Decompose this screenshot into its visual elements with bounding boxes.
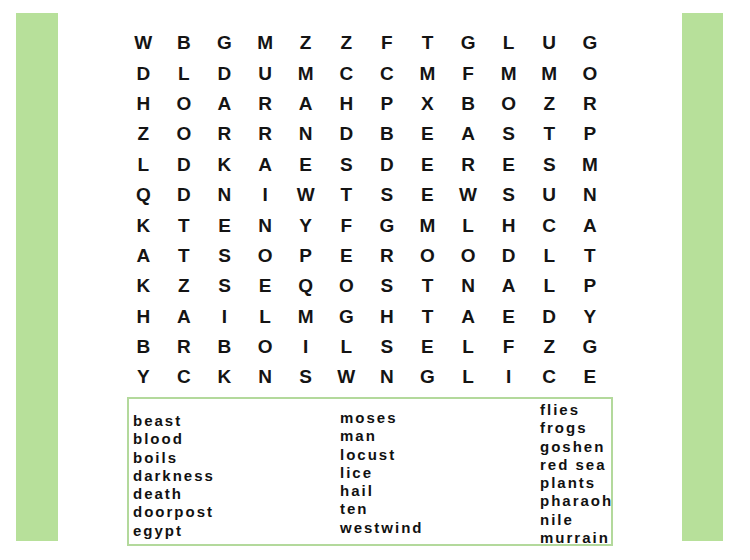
grid-cell-g11[interactable]: S [367,332,408,362]
word-list-item: doorpost [133,503,215,521]
grid-cell-d6[interactable]: I [245,180,286,210]
grid-cell-i5[interactable]: R [448,150,489,180]
grid-cell-g5[interactable]: D [367,150,408,180]
grid-cell-b1[interactable]: B [164,28,205,58]
word-list-item: hail [340,482,424,500]
grid-cell-b2[interactable]: L [164,58,205,88]
grid-cell-c12[interactable]: K [204,362,245,392]
grid-cell-b4[interactable]: O [164,119,205,149]
word-list-box: beastbloodboilsdarknessdeathdoorpostegyp… [127,397,613,546]
grid-cell-h10[interactable]: T [407,302,448,332]
grid-cell-g2[interactable]: C [367,58,408,88]
grid-cell-g9[interactable]: S [367,271,408,301]
grid-cell-g12[interactable]: N [367,362,408,392]
grid-cell-f12[interactable]: W [326,362,367,392]
grid-cell-d7[interactable]: N [245,210,286,240]
grid-cell-d4[interactable]: R [245,119,286,149]
grid-cell-e12[interactable]: S [285,362,326,392]
grid-cell-d10[interactable]: L [245,302,286,332]
grid-cell-l12[interactable]: E [570,362,611,392]
word-list-item: nile [540,511,613,529]
grid-cell-l5[interactable]: M [570,150,611,180]
grid-cell-l3[interactable]: R [570,89,611,119]
grid-cell-e6[interactable]: W [285,180,326,210]
grid-cell-i7[interactable]: L [448,210,489,240]
grid-cell-a7[interactable]: K [123,210,164,240]
grid-cell-b6[interactable]: D [164,180,205,210]
grid-cell-a6[interactable]: Q [123,180,164,210]
grid-cell-g3[interactable]: P [367,89,408,119]
grid-cell-d12[interactable]: N [245,362,286,392]
grid-cell-l7[interactable]: A [570,210,611,240]
grid-cell-i3[interactable]: B [448,89,489,119]
grid-cell-j4[interactable]: S [488,119,529,149]
grid-cell-g6[interactable]: S [367,180,408,210]
grid-cell-b11[interactable]: R [164,332,205,362]
grid-cell-d1[interactable]: M [245,28,286,58]
grid-cell-e10[interactable]: M [285,302,326,332]
word-list-item: lice [340,464,424,482]
grid-cell-k9[interactable]: L [529,271,570,301]
grid-cell-k12[interactable]: C [529,362,570,392]
word-list-column-3: fliesfrogsgoshenred seaplantspharaohnile… [540,401,613,547]
word-list-item: moses [340,409,424,427]
grid-cell-i11[interactable]: L [448,332,489,362]
word-list-item: westwind [340,519,424,537]
grid-cell-c9[interactable]: S [204,271,245,301]
grid-cell-e2[interactable]: M [285,58,326,88]
word-list-item: boils [133,449,215,467]
grid-cell-l8[interactable]: T [570,241,611,271]
left-accent-bar [16,13,58,541]
word-list-item: darkness [133,467,215,485]
grid-cell-j11[interactable]: F [488,332,529,362]
grid-cell-e11[interactable]: I [285,332,326,362]
grid-cell-l4[interactable]: P [570,119,611,149]
grid-cell-c3[interactable]: A [204,89,245,119]
word-search-grid: WBGMZZFTGLUGDLDUMCCMFMMOHOARAHPXBOZRZORR… [123,28,610,393]
grid-cell-b8[interactable]: T [164,241,205,271]
grid-cell-h1[interactable]: T [407,28,448,58]
word-list-item: flies [540,401,613,419]
word-list-item: beast [133,412,215,430]
grid-cell-c4[interactable]: R [204,119,245,149]
grid-cell-e5[interactable]: E [285,150,326,180]
word-list-item: pharaoh [540,492,613,510]
grid-cell-d8[interactable]: O [245,241,286,271]
grid-cell-l2[interactable]: O [570,58,611,88]
grid-cell-c5[interactable]: K [204,150,245,180]
grid-cell-e8[interactable]: P [285,241,326,271]
grid-cell-f11[interactable]: L [326,332,367,362]
grid-cell-a11[interactable]: B [123,332,164,362]
word-list-column-1: beastbloodboilsdarknessdeathdoorpostegyp… [133,412,215,540]
grid-cell-b3[interactable]: O [164,89,205,119]
grid-cell-i1[interactable]: G [448,28,489,58]
grid-cell-c1[interactable]: G [204,28,245,58]
grid-cell-g7[interactable]: G [367,210,408,240]
grid-cell-h9[interactable]: T [407,271,448,301]
grid-cell-f9[interactable]: O [326,271,367,301]
grid-cell-f7[interactable]: F [326,210,367,240]
grid-cell-i10[interactable]: A [448,302,489,332]
grid-cell-b9[interactable]: Z [164,271,205,301]
grid-cell-h12[interactable]: G [407,362,448,392]
grid-cell-k6[interactable]: U [529,180,570,210]
grid-cell-j12[interactable]: I [488,362,529,392]
grid-cell-i8[interactable]: O [448,241,489,271]
grid-cell-k4[interactable]: T [529,119,570,149]
grid-cell-c11[interactable]: B [204,332,245,362]
word-list-item: blood [133,430,215,448]
word-list-item: egypt [133,522,215,540]
grid-cell-a1[interactable]: W [123,28,164,58]
grid-cell-f4[interactable]: D [326,119,367,149]
word-list-column-2: mosesmanlocustlicehailtenwestwind [340,409,424,537]
grid-cell-h7[interactable]: M [407,210,448,240]
grid-cell-a9[interactable]: K [123,271,164,301]
grid-cell-c10[interactable]: I [204,302,245,332]
grid-cell-d5[interactable]: A [245,150,286,180]
word-list-item: frogs [540,419,613,437]
grid-cell-a3[interactable]: H [123,89,164,119]
word-list-item: red sea [540,456,613,474]
grid-cell-d11[interactable]: O [245,332,286,362]
grid-cell-c7[interactable]: E [204,210,245,240]
grid-cell-b5[interactable]: D [164,150,205,180]
grid-cell-a8[interactable]: A [123,241,164,271]
grid-cell-j2[interactable]: M [488,58,529,88]
word-list-item: locust [340,446,424,464]
grid-cell-k2[interactable]: M [529,58,570,88]
grid-cell-l9[interactable]: P [570,271,611,301]
grid-cell-h3[interactable]: X [407,89,448,119]
grid-cell-g8[interactable]: R [367,241,408,271]
grid-cell-d2[interactable]: U [245,58,286,88]
grid-cell-j7[interactable]: H [488,210,529,240]
grid-cell-a5[interactable]: L [123,150,164,180]
grid-cell-f3[interactable]: H [326,89,367,119]
grid-cell-l11[interactable]: G [570,332,611,362]
grid-cell-j1[interactable]: L [488,28,529,58]
grid-cell-h5[interactable]: E [407,150,448,180]
grid-cell-j8[interactable]: D [488,241,529,271]
grid-cell-e9[interactable]: Q [285,271,326,301]
grid-cell-e3[interactable]: A [285,89,326,119]
grid-cell-k7[interactable]: C [529,210,570,240]
grid-cell-i2[interactable]: F [448,58,489,88]
grid-cell-e7[interactable]: Y [285,210,326,240]
grid-cell-b12[interactable]: C [164,362,205,392]
grid-cell-k1[interactable]: U [529,28,570,58]
grid-cell-g4[interactable]: B [367,119,408,149]
grid-cell-k5[interactable]: S [529,150,570,180]
grid-cell-k8[interactable]: L [529,241,570,271]
grid-cell-j6[interactable]: S [488,180,529,210]
grid-cell-k3[interactable]: Z [529,89,570,119]
grid-cell-g1[interactable]: F [367,28,408,58]
grid-cell-h11[interactable]: E [407,332,448,362]
grid-cell-f10[interactable]: G [326,302,367,332]
grid-cell-e4[interactable]: N [285,119,326,149]
grid-cell-c6[interactable]: N [204,180,245,210]
grid-cell-j9[interactable]: A [488,271,529,301]
grid-cell-d9[interactable]: E [245,271,286,301]
grid-cell-h8[interactable]: O [407,241,448,271]
grid-cell-a12[interactable]: Y [123,362,164,392]
grid-cell-f8[interactable]: E [326,241,367,271]
grid-cell-f5[interactable]: S [326,150,367,180]
grid-cell-f2[interactable]: C [326,58,367,88]
grid-cell-b7[interactable]: T [164,210,205,240]
grid-cell-h4[interactable]: E [407,119,448,149]
grid-cell-l10[interactable]: Y [570,302,611,332]
word-list-item: man [340,427,424,445]
grid-cell-i6[interactable]: W [448,180,489,210]
grid-cell-j10[interactable]: E [488,302,529,332]
grid-cell-c8[interactable]: S [204,241,245,271]
right-accent-bar [682,13,723,541]
grid-cell-g10[interactable]: H [367,302,408,332]
word-list-item: death [133,485,215,503]
grid-cell-a2[interactable]: D [123,58,164,88]
grid-cell-j3[interactable]: O [488,89,529,119]
grid-cell-k10[interactable]: D [529,302,570,332]
grid-cell-f1[interactable]: Z [326,28,367,58]
grid-cell-f6[interactable]: T [326,180,367,210]
grid-cell-l1[interactable]: G [570,28,611,58]
grid-cell-l6[interactable]: N [570,180,611,210]
grid-cell-d3[interactable]: R [245,89,286,119]
word-list-item: goshen [540,438,613,456]
grid-cell-c2[interactable]: D [204,58,245,88]
grid-cell-e1[interactable]: Z [285,28,326,58]
word-list-item: plants [540,474,613,492]
word-list-item: ten [340,500,424,518]
grid-cell-h2[interactable]: M [407,58,448,88]
grid-cell-b10[interactable]: A [164,302,205,332]
grid-cell-i9[interactable]: N [448,271,489,301]
grid-cell-j5[interactable]: E [488,150,529,180]
grid-cell-a4[interactable]: Z [123,119,164,149]
grid-cell-i4[interactable]: A [448,119,489,149]
grid-cell-h6[interactable]: E [407,180,448,210]
grid-cell-a10[interactable]: H [123,302,164,332]
grid-cell-i12[interactable]: L [448,362,489,392]
grid-cell-k11[interactable]: Z [529,332,570,362]
word-list-item: murrain [540,529,613,547]
